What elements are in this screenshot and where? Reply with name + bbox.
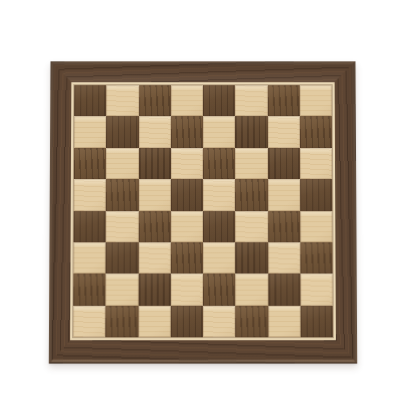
square-f4[interactable] <box>235 211 267 243</box>
square-e4[interactable] <box>203 211 235 243</box>
square-c7[interactable] <box>139 116 171 147</box>
board-frame-right <box>335 61 358 363</box>
board-field <box>73 85 333 337</box>
square-e6[interactable] <box>203 148 235 179</box>
square-g7[interactable] <box>267 116 299 147</box>
square-f3[interactable] <box>235 242 267 274</box>
square-f2[interactable] <box>235 274 267 306</box>
square-b2[interactable] <box>106 274 139 306</box>
board-frame-left <box>49 61 72 363</box>
square-g2[interactable] <box>268 274 301 306</box>
square-c5[interactable] <box>138 179 170 210</box>
square-a2[interactable] <box>73 274 106 306</box>
square-e3[interactable] <box>203 242 235 274</box>
board-frame-bottom <box>49 340 357 363</box>
square-b1[interactable] <box>106 305 139 337</box>
square-c3[interactable] <box>138 242 170 274</box>
square-b7[interactable] <box>106 116 138 147</box>
square-e5[interactable] <box>203 179 235 210</box>
square-c4[interactable] <box>138 211 170 243</box>
board-frame-top <box>50 61 355 82</box>
square-f8[interactable] <box>235 85 267 116</box>
square-f1[interactable] <box>235 305 268 337</box>
square-f6[interactable] <box>235 148 267 179</box>
square-a7[interactable] <box>74 116 106 147</box>
square-a5[interactable] <box>74 179 106 210</box>
square-h1[interactable] <box>300 305 333 337</box>
square-d3[interactable] <box>171 242 203 274</box>
square-b6[interactable] <box>106 148 138 179</box>
square-e1[interactable] <box>203 305 235 337</box>
square-d5[interactable] <box>171 179 203 210</box>
square-a1[interactable] <box>73 305 106 337</box>
square-b5[interactable] <box>106 179 138 210</box>
square-f7[interactable] <box>235 116 267 147</box>
square-g1[interactable] <box>268 305 301 337</box>
square-d7[interactable] <box>171 116 203 147</box>
square-h3[interactable] <box>300 242 333 274</box>
square-a4[interactable] <box>74 211 106 243</box>
square-h8[interactable] <box>300 85 332 116</box>
square-a8[interactable] <box>74 85 106 116</box>
square-b4[interactable] <box>106 211 138 243</box>
square-d8[interactable] <box>171 85 203 116</box>
square-d1[interactable] <box>171 305 203 337</box>
square-d4[interactable] <box>171 211 203 243</box>
square-c2[interactable] <box>138 274 170 306</box>
square-e7[interactable] <box>203 116 235 147</box>
square-c6[interactable] <box>138 148 170 179</box>
square-e8[interactable] <box>203 85 235 116</box>
square-g5[interactable] <box>268 179 300 210</box>
square-h5[interactable] <box>300 179 332 210</box>
chessboard <box>49 61 357 363</box>
square-h2[interactable] <box>300 274 333 306</box>
square-d6[interactable] <box>171 148 203 179</box>
square-h6[interactable] <box>300 148 332 179</box>
square-h4[interactable] <box>300 211 332 243</box>
square-d2[interactable] <box>171 274 203 306</box>
photo-background <box>0 0 416 416</box>
square-g6[interactable] <box>267 148 299 179</box>
square-c1[interactable] <box>138 305 171 337</box>
square-g8[interactable] <box>267 85 299 116</box>
square-f5[interactable] <box>235 179 267 210</box>
square-g4[interactable] <box>268 211 300 243</box>
square-c8[interactable] <box>139 85 171 116</box>
square-b8[interactable] <box>106 85 138 116</box>
square-a3[interactable] <box>73 242 106 274</box>
square-g3[interactable] <box>268 242 300 274</box>
square-e2[interactable] <box>203 274 235 306</box>
square-b3[interactable] <box>106 242 138 274</box>
square-a6[interactable] <box>74 148 106 179</box>
square-h7[interactable] <box>300 116 332 147</box>
